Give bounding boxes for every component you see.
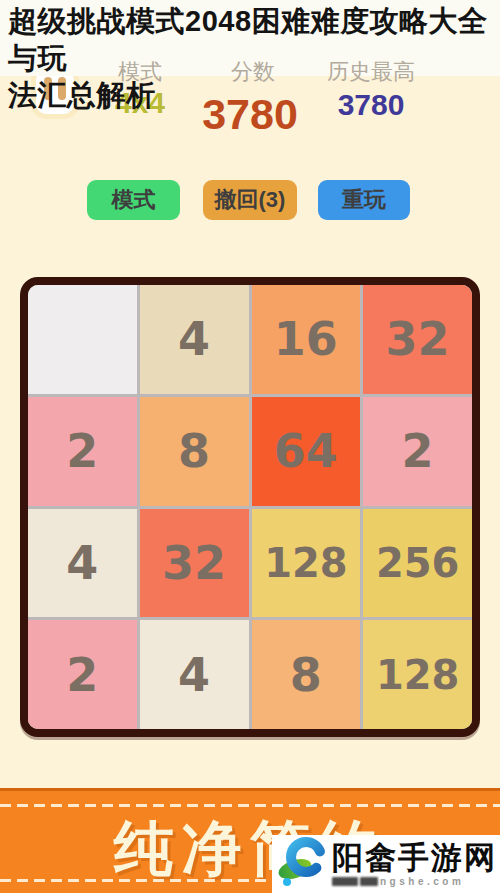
watermark-site-name: 阳畲手游网 bbox=[332, 841, 497, 874]
blurred-text-block bbox=[360, 877, 378, 886]
tile-r2c1-value-2: 2 bbox=[28, 397, 137, 506]
tile-r4c4-value-128: 128 bbox=[363, 620, 472, 729]
blurred-text-block bbox=[332, 877, 358, 886]
tile-r4c1-value-2: 2 bbox=[28, 620, 137, 729]
replay-button[interactable]: 重玩 bbox=[318, 180, 410, 220]
tile-r1c2-value-4: 4 bbox=[140, 285, 249, 394]
stitch-line-top bbox=[0, 804, 500, 807]
mode-button[interactable]: 模式 bbox=[87, 180, 180, 220]
tile-r2c2-value-8: 8 bbox=[140, 397, 249, 506]
tile-r2c4-value-2: 2 bbox=[363, 397, 472, 506]
tile-r1c1-empty bbox=[28, 285, 137, 394]
watermark-badge: 阳畲手游网 ngshe.com bbox=[272, 835, 500, 893]
tile-r3c4-value-256: 256 bbox=[363, 509, 472, 618]
page-title-line2: 法汇总解析 bbox=[8, 77, 496, 114]
tile-r4c2-value-4: 4 bbox=[140, 620, 249, 729]
tile-r1c4-value-32: 32 bbox=[363, 285, 472, 394]
page-title-line1: 超级挑战模式2048困难难度攻略大全与玩 bbox=[8, 3, 496, 77]
game-board: 4163228642432128256248128 bbox=[20, 277, 480, 737]
watermark-domain: ngshe.com bbox=[332, 876, 497, 887]
page-title: 超级挑战模式2048困难难度攻略大全与玩 法汇总解析 bbox=[8, 3, 496, 114]
tile-r2c3-value-64: 64 bbox=[252, 397, 361, 506]
tile-r3c1-value-4: 4 bbox=[28, 509, 137, 618]
watermark-text-column: 阳畲手游网 ngshe.com bbox=[332, 841, 497, 887]
board-grid[interactable]: 4163228642432128256248128 bbox=[28, 285, 472, 729]
undo-button[interactable]: 撤回(3) bbox=[203, 180, 297, 220]
watermark-domain-text: ngshe.com bbox=[380, 876, 464, 887]
tile-r3c3-value-128: 128 bbox=[252, 509, 361, 618]
tile-r4c3-value-8: 8 bbox=[252, 620, 361, 729]
tile-r1c3-value-16: 16 bbox=[252, 285, 361, 394]
browser-logo-icon bbox=[278, 835, 328, 893]
tile-r3c2-value-32: 32 bbox=[140, 509, 249, 618]
